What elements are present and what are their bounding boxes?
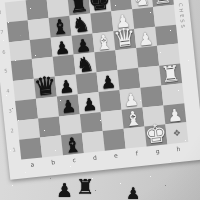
- white-pawn-h2: ♟: [163, 103, 186, 125]
- black-pawn-d3: ♟: [78, 92, 101, 114]
- captured-black-pawn: ♟: [126, 186, 140, 200]
- file-label-b: b: [42, 157, 64, 166]
- captured-black-rook: ♜: [76, 177, 95, 198]
- square-e3: [99, 90, 122, 112]
- file-label-g: g: [147, 146, 169, 155]
- white-king-g1: ♚: [145, 125, 168, 147]
- chessboard-photo: ❖♜♚♝♞♟♟♞♛♟♟♟♟♝♞♜♟♝♛♟♜♟♝♟♚ abcdefgh 87654…: [0, 0, 200, 200]
- white-rook-h8: ♜: [151, 0, 174, 7]
- square-a6: [9, 40, 32, 62]
- white-bishop-f2: ♝: [122, 107, 145, 129]
- black-king-e8: ♚: [88, 0, 111, 13]
- dust-specks-dark: [0, 0, 1, 1]
- corner-logo-ornament: ❖: [165, 122, 188, 144]
- black-queen-b4: ♛: [34, 77, 57, 99]
- board-play-area: ❖♜♚♝♞♟♟♞♛♟♟♟♟♝♞♜♟♝♛♟♜♟♝♟♚: [5, 0, 189, 160]
- black-pawn-e4: ♟: [97, 70, 120, 92]
- square-c5: [53, 55, 76, 77]
- rank-label-1: 1: [10, 146, 19, 153]
- square-a5: [11, 59, 34, 81]
- square-f4: [117, 68, 140, 90]
- square-h6: [155, 24, 178, 46]
- square-a1: [19, 138, 42, 160]
- square-g5: [136, 46, 159, 68]
- square-b1: [40, 136, 63, 158]
- square-g3: [140, 85, 163, 107]
- rank-label-3: 3: [6, 107, 15, 114]
- captured-black-pawn: ♟: [56, 181, 73, 200]
- square-e1: [103, 129, 126, 151]
- rank-label-7: 7: [0, 28, 6, 35]
- white-pawn-g6: ♟: [134, 26, 157, 48]
- square-d2: [80, 112, 103, 134]
- black-pawn-c4: ♟: [55, 74, 78, 96]
- square-a2: [17, 118, 40, 140]
- rank-label-8: 8: [0, 9, 4, 16]
- file-label-h: h: [168, 144, 190, 153]
- square-b8: [26, 0, 49, 20]
- photo-scene: ❖♜♚♝♞♟♟♞♛♟♟♟♟♝♞♜♟♝♛♟♜♟♝♟♚ abcdefgh 87654…: [0, 0, 200, 200]
- file-label-e: e: [105, 151, 127, 160]
- rank-label-5: 5: [2, 68, 11, 75]
- black-bishop-c7: ♝: [49, 16, 72, 38]
- square-b2: [38, 116, 61, 138]
- file-label-d: d: [84, 153, 106, 162]
- black-pawn-c3: ♟: [57, 94, 80, 116]
- square-b7: [28, 18, 51, 40]
- square-a3: [15, 98, 38, 120]
- file-label-f: f: [126, 148, 148, 157]
- square-b6: [30, 37, 53, 59]
- white-queen-f6: ♛: [113, 29, 136, 51]
- square-a4: [13, 79, 36, 101]
- white-knight-g8: ♞: [130, 0, 153, 9]
- rank-label-4: 4: [4, 87, 13, 94]
- chess-board: ❖♜♚♝♞♟♟♞♛♟♟♟♟♝♞♜♟♝♛♟♜♟♝♟♚ abcdefgh 87654…: [0, 0, 200, 180]
- square-d1: [82, 131, 105, 153]
- black-knight-d5: ♞: [74, 53, 97, 75]
- square-g4: [138, 66, 161, 88]
- white-rook-h4: ♜: [159, 63, 182, 85]
- square-e2: [101, 109, 124, 131]
- black-knight-d7: ♞: [69, 13, 92, 35]
- rank-label-6: 6: [0, 48, 8, 55]
- square-a7: [7, 20, 30, 42]
- rank-label-2: 2: [8, 126, 17, 133]
- white-bishop-e6: ♝: [92, 31, 115, 53]
- black-pawn-c6: ♟: [51, 35, 74, 57]
- square-a8: [5, 0, 28, 22]
- black-bishop-c1: ♝: [61, 133, 84, 155]
- file-label-c: c: [63, 155, 85, 164]
- board-brand-text: CHESS: [178, 3, 187, 30]
- file-label-a: a: [21, 159, 43, 168]
